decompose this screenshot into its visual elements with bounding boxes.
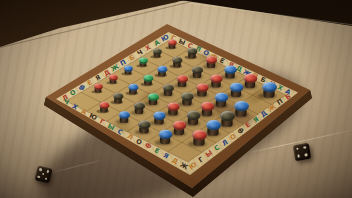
peg-cap-R — [167, 102, 179, 110]
die-pip — [37, 175, 40, 178]
peg-cap-B — [229, 83, 242, 92]
peg-cap-B — [128, 84, 138, 90]
peg[interactable] — [205, 57, 217, 70]
peg[interactable] — [261, 82, 277, 99]
peg[interactable] — [176, 75, 188, 88]
peg[interactable] — [233, 101, 249, 118]
peg[interactable] — [224, 65, 237, 79]
peg-cap-D — [220, 111, 235, 121]
peg-cap-D — [181, 93, 193, 101]
peg-cap-D — [133, 102, 144, 109]
peg[interactable] — [195, 84, 208, 98]
peg[interactable] — [147, 93, 159, 106]
die-pip — [296, 147, 299, 150]
die-pip — [46, 170, 49, 173]
peg[interactable] — [228, 83, 242, 98]
peg-cap-B — [158, 130, 171, 139]
peg-cap-D — [172, 57, 182, 63]
peg-cap-B — [234, 101, 249, 111]
peg[interactable] — [157, 66, 168, 77]
peg[interactable] — [172, 57, 183, 68]
peg-cap-B — [157, 66, 167, 72]
peg[interactable] — [191, 66, 203, 79]
peg-cap-R — [210, 74, 222, 82]
peg[interactable] — [153, 48, 162, 58]
peg[interactable] — [98, 102, 109, 113]
peg-cap-D — [187, 48, 197, 54]
peg[interactable] — [113, 93, 124, 104]
peg[interactable] — [172, 120, 186, 135]
scene: ЛОФЕЯДЖПБЧХАЮГЫСЛОФЕЯДЖПБЧХАЮГЫСЛОФЕЯДЖП… — [0, 0, 352, 198]
peg[interactable] — [219, 111, 235, 128]
peg-cap-B — [215, 92, 228, 101]
peg[interactable] — [94, 83, 103, 93]
peg-cap-B — [119, 111, 130, 118]
peg[interactable] — [191, 130, 207, 147]
peg[interactable] — [200, 102, 214, 117]
peg[interactable] — [181, 93, 194, 107]
peg-cap-R — [201, 102, 214, 111]
peg-cap-D — [162, 84, 173, 91]
peg-cap-B — [153, 111, 165, 119]
peg[interactable] — [186, 48, 197, 59]
die-pip — [303, 146, 306, 149]
peg-cap-B — [224, 65, 236, 73]
peg-cap-D — [114, 93, 124, 99]
peg-cap-R — [99, 102, 109, 108]
peg-cap-D — [191, 66, 202, 73]
die-pip — [42, 172, 45, 175]
peg[interactable] — [128, 84, 139, 95]
die-pip — [39, 168, 42, 171]
peg[interactable] — [243, 74, 257, 89]
peg[interactable] — [166, 102, 179, 116]
peg[interactable] — [157, 130, 171, 145]
peg-cap-R — [192, 130, 207, 140]
peg-cap-R — [94, 83, 103, 89]
peg-cap-R — [109, 75, 118, 81]
peg[interactable] — [108, 75, 117, 85]
peg[interactable] — [138, 57, 147, 67]
peg[interactable] — [162, 84, 174, 97]
peg-cap-R — [196, 84, 208, 92]
peg[interactable] — [152, 111, 165, 125]
peg-cap-R — [177, 75, 188, 82]
peg-cap-G — [138, 57, 147, 63]
die-pip — [44, 177, 47, 180]
peg[interactable] — [138, 120, 151, 134]
peg[interactable] — [186, 111, 200, 126]
peg-cap-B — [124, 66, 133, 72]
peg-cap-R — [172, 120, 185, 129]
peg[interactable] — [214, 92, 228, 107]
peg[interactable] — [210, 74, 223, 88]
peg-cap-R — [206, 57, 217, 64]
peg-cap-B — [262, 82, 277, 92]
peg-cap-B — [206, 120, 221, 130]
peg-cap-D — [138, 120, 150, 128]
peg[interactable] — [123, 66, 132, 76]
peg[interactable] — [133, 102, 145, 115]
peg-cap-G — [148, 93, 159, 100]
peg[interactable] — [142, 75, 153, 86]
peg[interactable] — [118, 111, 130, 124]
die-right[interactable] — [293, 143, 311, 161]
die-pip — [304, 153, 307, 156]
die-pip — [297, 154, 300, 157]
peg-cap-R — [168, 39, 177, 45]
peg[interactable] — [168, 39, 177, 49]
peg-cap-D — [186, 111, 199, 120]
peg-cap-G — [143, 75, 153, 81]
peg-cap-R — [243, 74, 256, 83]
peg[interactable] — [205, 120, 221, 137]
peg-layer — [0, 0, 352, 198]
peg-cap-D — [153, 48, 162, 54]
